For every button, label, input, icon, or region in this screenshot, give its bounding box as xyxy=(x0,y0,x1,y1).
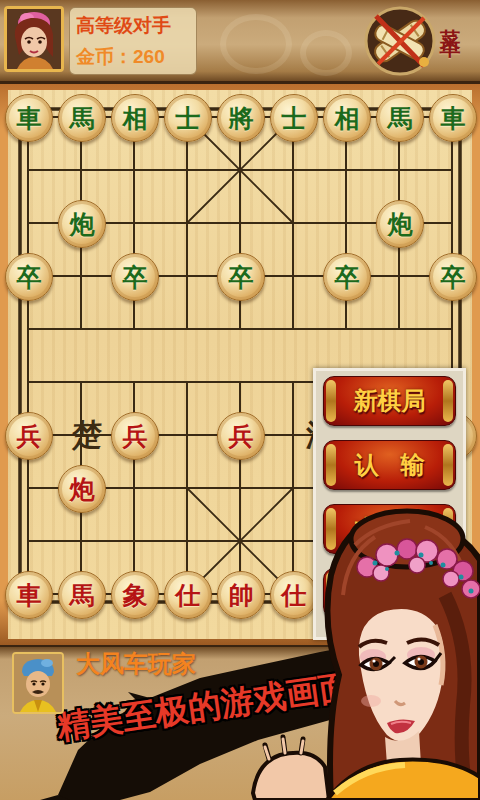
xiangqi-piece-green[interactable]: 將 xyxy=(217,94,265,142)
swirl-ornament xyxy=(220,14,292,74)
xiangqi-piece-green[interactable]: 士 xyxy=(270,94,318,142)
xiangqi-piece-green[interactable]: 車 xyxy=(429,94,477,142)
xiangqi-piece-green[interactable]: 炮 xyxy=(58,200,106,248)
girl-character-art xyxy=(235,505,480,800)
resign-button[interactable]: 认输 xyxy=(323,440,456,490)
xiangqi-piece-green[interactable]: 馬 xyxy=(376,94,424,142)
xiangqi-piece-red[interactable]: 兵 xyxy=(5,412,53,460)
xiangqi-piece-green[interactable]: 卒 xyxy=(429,253,477,301)
xiangqi-piece-green[interactable]: 相 xyxy=(323,94,371,142)
opponent-level-label: 高等级对手 xyxy=(76,13,190,39)
xiangqi-piece-green[interactable]: 炮 xyxy=(376,200,424,248)
xiangqi-piece-red[interactable]: 兵 xyxy=(217,412,265,460)
top-bar: 高等级对手 金币：260 菜单 xyxy=(0,0,480,84)
xiangqi-piece-green[interactable]: 車 xyxy=(5,94,53,142)
coins-label: 金币：260 xyxy=(76,44,190,70)
opponent-info-panel: 高等级对手 金币：260 xyxy=(69,7,197,75)
opponent-avatar-image xyxy=(7,9,61,69)
xiangqi-piece-red[interactable]: 炮 xyxy=(58,465,106,513)
player-avatar-image xyxy=(14,654,62,712)
opponent-avatar[interactable] xyxy=(4,6,64,72)
player-name: 大风车玩家 xyxy=(76,648,196,680)
swirl-ornament xyxy=(300,30,352,76)
player-avatar[interactable] xyxy=(12,652,64,714)
xiangqi-piece-green[interactable]: 卒 xyxy=(217,253,265,301)
xiangqi-piece-red[interactable]: 兵 xyxy=(111,412,159,460)
xiangqi-piece-green[interactable]: 卒 xyxy=(323,253,371,301)
new-game-button[interactable]: 新棋局 xyxy=(323,376,456,426)
xiangqi-piece-green[interactable]: 卒 xyxy=(111,253,159,301)
scroll-menu-icon[interactable] xyxy=(362,4,438,78)
xiangqi-piece-green[interactable]: 馬 xyxy=(58,94,106,142)
xiangqi-piece-green[interactable]: 士 xyxy=(164,94,212,142)
xiangqi-game-screen: 高等级对手 金币：260 菜单 xyxy=(0,0,480,800)
xiangqi-piece-green[interactable]: 相 xyxy=(111,94,159,142)
menu-button[interactable]: 菜单 xyxy=(438,12,464,74)
xiangqi-piece-green[interactable]: 卒 xyxy=(5,253,53,301)
